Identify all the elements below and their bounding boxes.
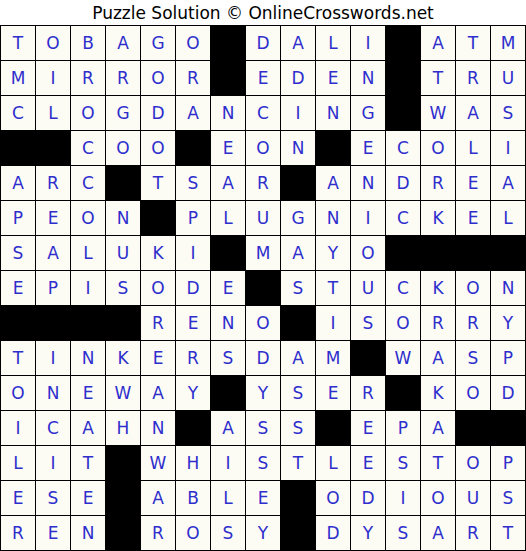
letter-cell-r14c3: E [71,481,105,515]
letter-cell-r10c7: S [211,341,245,375]
letter-cell-r8c2: P [36,271,70,305]
letter-cell-r15c13: A [421,516,455,550]
letter-cell-r12c7: A [211,411,245,445]
letter-cell-r8c9: S [281,271,315,305]
letter-cell-r15c8: Y [246,516,280,550]
letter-cell-r15c3: N [71,516,105,550]
letter-cell-r11c6: Y [176,376,210,410]
letter-cell-r10c15: P [491,341,525,375]
letter-cell-r6c11: I [351,201,385,235]
letter-cell-r15c12: S [386,516,420,550]
letter-cell-r9c6: E [176,306,210,340]
letter-cell-r8c1: E [1,271,35,305]
letter-cell-r11c4: W [106,376,140,410]
letter-cell-r7c11: O [351,236,385,270]
black-cell-r4c10 [316,131,350,165]
black-cell-r1c12 [386,26,420,60]
letter-cell-r11c3: E [71,376,105,410]
letter-cell-r13c11: E [351,446,385,480]
letter-cell-r15c6: O [176,516,210,550]
letter-cell-r3c7: N [211,96,245,130]
letter-cell-r14c14: U [456,481,490,515]
letter-cell-r4c4: O [106,131,140,165]
letter-cell-r5c12: D [386,166,420,200]
letter-cell-r1c11: I [351,26,385,60]
crossword-grid: TOBAGODALIATMMIRROREDENTRUCLOGDANCINGWAS… [0,25,526,551]
letter-cell-r11c1: O [1,376,35,410]
letter-cell-r2c13: T [421,61,455,95]
black-cell-r9c3 [71,306,105,340]
letter-cell-r14c8: E [246,481,280,515]
letter-cell-r14c5: A [141,481,175,515]
letter-cell-r6c7: L [211,201,245,235]
page-title: Puzzle Solution © OnlineCrosswords.net [0,0,526,25]
letter-cell-r2c1: M [1,61,35,95]
letter-cell-r4c13: O [421,131,455,165]
letter-cell-r4c15: I [491,131,525,165]
letter-cell-r13c9: T [281,446,315,480]
black-cell-r12c6 [176,411,210,445]
letter-cell-r3c10: N [316,96,350,130]
letter-cell-r12c12: P [386,411,420,445]
letter-cell-r7c3: L [71,236,105,270]
black-cell-r2c12 [386,61,420,95]
letter-cell-r14c2: S [36,481,70,515]
letter-cell-r8c4: S [106,271,140,305]
letter-cell-r8c7: E [211,271,245,305]
letter-cell-r4c12: C [386,131,420,165]
letter-cell-r5c6: S [176,166,210,200]
letter-cell-r10c6: R [176,341,210,375]
letter-cell-r2c11: N [351,61,385,95]
black-cell-r12c15 [491,411,525,445]
letter-cell-r1c2: O [36,26,70,60]
letter-cell-r6c9: G [281,201,315,235]
letter-cell-r15c5: R [141,516,175,550]
letter-cell-r4c14: L [456,131,490,165]
black-cell-r3c12 [386,96,420,130]
letter-cell-r5c13: R [421,166,455,200]
black-cell-r7c7 [211,236,245,270]
letter-cell-r1c14: T [456,26,490,60]
letter-cell-r6c10: N [316,201,350,235]
letter-cell-r2c4: R [106,61,140,95]
letter-cell-r4c9: N [281,131,315,165]
black-cell-r11c12 [386,376,420,410]
letter-cell-r15c11: Y [351,516,385,550]
letter-cell-r11c5: A [141,376,175,410]
letter-cell-r8c13: K [421,271,455,305]
letter-cell-r12c5: N [141,411,175,445]
letter-cell-r11c11: R [351,376,385,410]
black-cell-r15c9 [281,516,315,550]
letter-cell-r1c1: T [1,26,35,60]
letter-cell-r10c2: I [36,341,70,375]
letter-cell-r6c2: E [36,201,70,235]
letter-cell-r2c14: R [456,61,490,95]
black-cell-r5c4 [106,166,140,200]
letter-cell-r6c1: P [1,201,35,235]
crossword-solution-page: Puzzle Solution © OnlineCrosswords.net T… [0,0,526,551]
letter-cell-r2c5: O [141,61,175,95]
letter-cell-r3c9: I [281,96,315,130]
letter-cell-r11c8: Y [246,376,280,410]
letter-cell-r3c8: C [246,96,280,130]
letter-cell-r7c9: A [281,236,315,270]
black-cell-r14c4 [106,481,140,515]
letter-cell-r10c4: K [106,341,140,375]
letter-cell-r1c8: D [246,26,280,60]
letter-cell-r6c15: L [491,201,525,235]
letter-cell-r3c14: A [456,96,490,130]
letter-cell-r5c11: N [351,166,385,200]
black-cell-r7c13 [421,236,455,270]
letter-cell-r5c14: E [456,166,490,200]
black-cell-r9c2 [36,306,70,340]
black-cell-r13c4 [106,446,140,480]
letter-cell-r15c14: R [456,516,490,550]
black-cell-r4c1 [1,131,35,165]
letter-cell-r9c15: Y [491,306,525,340]
letter-cell-r4c7: E [211,131,245,165]
letter-cell-r12c11: E [351,411,385,445]
letter-cell-r15c2: E [36,516,70,550]
letter-cell-r12c9: S [281,411,315,445]
letter-cell-r8c3: I [71,271,105,305]
letter-cell-r5c3: C [71,166,105,200]
black-cell-r9c4 [106,306,140,340]
letter-cell-r10c9: A [281,341,315,375]
letter-cell-r11c2: N [36,376,70,410]
letter-cell-r9c12: O [386,306,420,340]
letter-cell-r13c14: O [456,446,490,480]
letter-cell-r1c4: A [106,26,140,60]
black-cell-r4c2 [36,131,70,165]
letter-cell-r14c15: S [491,481,525,515]
letter-cell-r10c10: M [316,341,350,375]
letter-cell-r1c9: A [281,26,315,60]
letter-cell-r13c15: P [491,446,525,480]
letter-cell-r14c13: O [421,481,455,515]
letter-cell-r6c3: O [71,201,105,235]
letter-cell-r13c3: T [71,446,105,480]
letter-cell-r7c2: A [36,236,70,270]
letter-cell-r3c15: S [491,96,525,130]
letter-cell-r4c11: E [351,131,385,165]
letter-cell-r13c12: S [386,446,420,480]
letter-cell-r5c8: R [246,166,280,200]
letter-cell-r11c10: E [316,376,350,410]
letter-cell-r10c3: N [71,341,105,375]
letter-cell-r2c9: D [281,61,315,95]
letter-cell-r15c10: D [316,516,350,550]
black-cell-r5c9 [281,166,315,200]
black-cell-r11c7 [211,376,245,410]
letter-cell-r14c1: E [1,481,35,515]
letter-cell-r3c3: O [71,96,105,130]
letter-cell-r8c11: U [351,271,385,305]
letter-cell-r3c1: C [1,96,35,130]
black-cell-r8c8 [246,271,280,305]
black-cell-r10c11 [351,341,385,375]
letter-cell-r2c6: R [176,61,210,95]
letter-cell-r15c15: T [491,516,525,550]
letter-cell-r8c12: C [386,271,420,305]
letter-cell-r11c9: S [281,376,315,410]
letter-cell-r11c14: O [456,376,490,410]
letter-cell-r14c11: D [351,481,385,515]
letter-cell-r1c5: G [141,26,175,60]
letter-cell-r7c6: I [176,236,210,270]
letter-cell-r1c6: O [176,26,210,60]
letter-cell-r6c4: N [106,201,140,235]
letter-cell-r9c7: N [211,306,245,340]
black-cell-r7c15 [491,236,525,270]
letter-cell-r1c13: A [421,26,455,60]
letter-cell-r9c11: S [351,306,385,340]
letter-cell-r1c10: L [316,26,350,60]
letter-cell-r12c4: H [106,411,140,445]
letter-cell-r9c8: O [246,306,280,340]
letter-cell-r1c15: M [491,26,525,60]
letter-cell-r4c5: O [141,131,175,165]
letter-cell-r13c2: I [36,446,70,480]
letter-cell-r6c13: K [421,201,455,235]
letter-cell-r6c14: E [456,201,490,235]
letter-cell-r10c13: A [421,341,455,375]
letter-cell-r7c10: Y [316,236,350,270]
letter-cell-r9c5: R [141,306,175,340]
black-cell-r12c14 [456,411,490,445]
letter-cell-r12c3: A [71,411,105,445]
letter-cell-r2c2: I [36,61,70,95]
black-cell-r9c1 [1,306,35,340]
letter-cell-r8c15: N [491,271,525,305]
letter-cell-r12c8: S [246,411,280,445]
black-cell-r4c6 [176,131,210,165]
letter-cell-r3c6: A [176,96,210,130]
letter-cell-r8c5: O [141,271,175,305]
letter-cell-r10c14: S [456,341,490,375]
letter-cell-r9c14: R [456,306,490,340]
letter-cell-r7c1: S [1,236,35,270]
letter-cell-r5c10: A [316,166,350,200]
letter-cell-r9c10: I [316,306,350,340]
letter-cell-r13c8: S [246,446,280,480]
letter-cell-r13c6: H [176,446,210,480]
letter-cell-r12c13: A [421,411,455,445]
letter-cell-r5c15: A [491,166,525,200]
letter-cell-r5c7: A [211,166,245,200]
letter-cell-r5c5: T [141,166,175,200]
black-cell-r7c12 [386,236,420,270]
letter-cell-r2c10: E [316,61,350,95]
letter-cell-r11c15: D [491,376,525,410]
letter-cell-r2c8: E [246,61,280,95]
letter-cell-r6c12: C [386,201,420,235]
letter-cell-r8c10: T [316,271,350,305]
letter-cell-r14c12: I [386,481,420,515]
letter-cell-r7c5: K [141,236,175,270]
letter-cell-r15c7: S [211,516,245,550]
letter-cell-r13c10: L [316,446,350,480]
letter-cell-r12c1: I [1,411,35,445]
letter-cell-r7c4: U [106,236,140,270]
letter-cell-r10c1: T [1,341,35,375]
letter-cell-r8c6: D [176,271,210,305]
letter-cell-r15c1: R [1,516,35,550]
black-cell-r14c9 [281,481,315,515]
letter-cell-r10c5: E [141,341,175,375]
black-cell-r1c7 [211,26,245,60]
black-cell-r2c7 [211,61,245,95]
letter-cell-r13c1: L [1,446,35,480]
letter-cell-r7c8: M [246,236,280,270]
letter-cell-r13c7: I [211,446,245,480]
letter-cell-r4c3: C [71,131,105,165]
letter-cell-r6c8: U [246,201,280,235]
letter-cell-r10c12: W [386,341,420,375]
letter-cell-r2c15: U [491,61,525,95]
letter-cell-r6c6: P [176,201,210,235]
letter-cell-r8c14: O [456,271,490,305]
letter-cell-r3c5: D [141,96,175,130]
letter-cell-r5c2: R [36,166,70,200]
black-cell-r7c14 [456,236,490,270]
letter-cell-r3c2: L [36,96,70,130]
letter-cell-r13c5: W [141,446,175,480]
letter-cell-r14c6: B [176,481,210,515]
letter-cell-r3c13: W [421,96,455,130]
letter-cell-r1c3: B [71,26,105,60]
letter-cell-r14c7: L [211,481,245,515]
letter-cell-r5c1: A [1,166,35,200]
black-cell-r6c5 [141,201,175,235]
letter-cell-r3c11: G [351,96,385,130]
letter-cell-r11c13: K [421,376,455,410]
letter-cell-r10c8: D [246,341,280,375]
letter-cell-r2c3: R [71,61,105,95]
letter-cell-r13c13: T [421,446,455,480]
black-cell-r15c4 [106,516,140,550]
black-cell-r9c9 [281,306,315,340]
letter-cell-r12c2: C [36,411,70,445]
letter-cell-r4c8: O [246,131,280,165]
black-cell-r12c10 [316,411,350,445]
letter-cell-r9c13: R [421,306,455,340]
letter-cell-r14c10: O [316,481,350,515]
letter-cell-r3c4: G [106,96,140,130]
